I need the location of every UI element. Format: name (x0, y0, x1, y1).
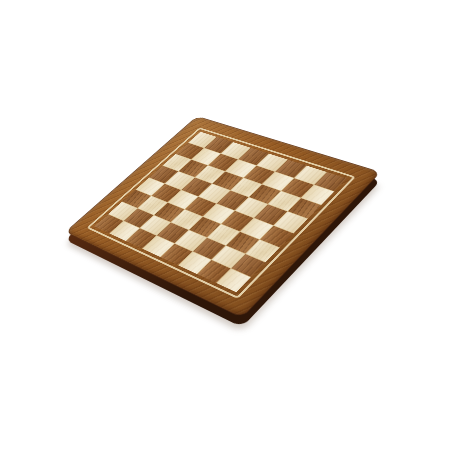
chessboard (65, 116, 381, 318)
product-photo (0, 0, 452, 452)
